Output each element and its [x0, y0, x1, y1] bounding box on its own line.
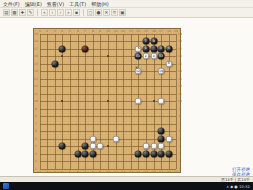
toolbar-separator	[37, 9, 38, 16]
black-stone	[158, 128, 165, 135]
black-stone	[165, 150, 172, 157]
star-point	[61, 55, 63, 57]
move-number-label: 10	[159, 70, 163, 73]
start-button-icon[interactable]	[3, 183, 9, 189]
coord-label-left: 6	[35, 130, 37, 133]
move-number-label: 3	[160, 47, 162, 50]
coord-label-top: 2	[46, 30, 48, 33]
coord-label-left: 3	[35, 152, 37, 155]
coord-label-right: 4	[179, 145, 181, 148]
grid-line-vertical	[123, 34, 124, 169]
menu-bar: 文件(F)编辑(E)查看(V)工具(T)帮助(H)	[0, 0, 253, 8]
coord-label-right: 11	[178, 92, 182, 95]
move-counter: 第13手 | 共13手	[221, 177, 250, 181]
star-point	[107, 145, 109, 147]
grid-line-horizontal	[40, 131, 177, 132]
black-stone: 7	[142, 38, 149, 45]
coord-label-left: 9	[35, 107, 37, 110]
coord-label-bottom: 5	[69, 171, 71, 174]
toolbar: ▤▦✚✎«‹›»▪○●✕≡▣	[0, 8, 253, 18]
black-stone: 5	[165, 45, 172, 52]
system-tray[interactable]: ∧ ◆ ● 10:32	[226, 184, 250, 188]
white-stone: 2	[142, 53, 149, 60]
grid-line-horizontal	[40, 124, 177, 125]
grid-line-vertical	[169, 34, 170, 169]
white-stone: 8	[165, 60, 172, 67]
toolbar-button-9-icon[interactable]: ▪	[73, 9, 80, 16]
coord-label-top: 4	[61, 30, 63, 33]
coord-label-bottom: 15	[144, 171, 148, 174]
coord-label-left: 12	[34, 85, 38, 88]
toolbar-separator	[83, 9, 84, 16]
coord-label-left: 13	[34, 77, 38, 80]
app-window: 文件(F)编辑(E)查看(V)工具(T)帮助(H) ▤▦✚✎«‹›»▪○●✕≡▣…	[0, 0, 253, 190]
black-stone	[150, 150, 157, 157]
toolbar-button-12-icon[interactable]: ●	[95, 9, 102, 16]
white-stone	[150, 143, 157, 150]
coord-label-right: 17	[178, 47, 182, 50]
coord-label-left: 10	[34, 100, 38, 103]
toolbar-button-1-icon[interactable]: ▦	[11, 9, 18, 16]
black-stone	[59, 45, 66, 52]
coord-label-bottom: 1	[39, 171, 41, 174]
menu-item-4[interactable]: 帮助(H)	[91, 0, 109, 8]
coord-label-left: 15	[34, 62, 38, 65]
coord-label-top: 3	[54, 30, 56, 33]
coord-label-bottom: 3	[54, 171, 56, 174]
coord-label-top: 15	[144, 30, 148, 33]
toolbar-button-6-icon[interactable]: ‹	[49, 9, 56, 16]
black-stone	[82, 150, 89, 157]
coord-label-bottom: 11	[114, 171, 118, 174]
grid-line-horizontal	[40, 109, 177, 110]
menu-item-3[interactable]: 工具(T)	[69, 0, 86, 8]
coord-label-right: 1	[179, 167, 181, 170]
black-stone	[135, 150, 142, 157]
black-stone: 11	[135, 53, 142, 60]
white-stone	[158, 98, 165, 105]
coord-label-right: 16	[178, 55, 182, 58]
coord-label-right: 18	[178, 40, 182, 43]
coord-label-right: 5	[179, 137, 181, 140]
coord-label-right: 13	[178, 77, 182, 80]
coord-label-left: 18	[34, 40, 38, 43]
coord-label-bottom: 12	[121, 171, 125, 174]
move-number-label: 6	[137, 47, 139, 50]
coord-label-right: 3	[179, 152, 181, 155]
windows-taskbar: ∧ ◆ ● 10:32	[0, 182, 253, 190]
coord-label-bottom: 17	[159, 171, 163, 174]
coord-label-top: 7	[84, 30, 86, 33]
toolbar-button-13-icon[interactable]: ✕	[103, 9, 110, 16]
coord-label-bottom: 14	[136, 171, 140, 174]
black-stone	[158, 135, 165, 142]
coord-label-left: 7	[35, 122, 37, 125]
coord-label-left: 14	[34, 70, 38, 73]
move-number-label: 13	[159, 55, 163, 58]
coord-label-right: 2	[179, 160, 181, 163]
white-stone: 6	[135, 45, 142, 52]
move-number-label: 4	[152, 55, 154, 58]
black-stone	[158, 150, 165, 157]
black-stone: 9	[150, 38, 157, 45]
toolbar-button-3-icon[interactable]: ✎	[27, 9, 34, 16]
black-stone	[142, 150, 149, 157]
white-stone	[97, 143, 104, 150]
star-point	[107, 100, 109, 102]
coord-label-right: 19	[178, 32, 182, 35]
coord-label-bottom: 8	[92, 171, 94, 174]
white-stone: 10	[158, 68, 165, 75]
black-stone	[82, 143, 89, 150]
coord-label-bottom: 6	[77, 171, 79, 174]
toolbar-button-7-icon[interactable]: ›	[57, 9, 64, 16]
grid-line-vertical	[116, 34, 117, 169]
toolbar-button-15-icon[interactable]: ▣	[119, 9, 126, 16]
grid-line-vertical	[176, 34, 177, 169]
toolbar-button-11-icon[interactable]: ○	[87, 9, 94, 16]
grid-line-horizontal	[40, 139, 177, 140]
move-number-label: 11	[136, 55, 140, 58]
coord-label-top: 18	[167, 30, 171, 33]
coord-label-right: 15	[178, 62, 182, 65]
coord-label-right: 14	[178, 70, 182, 73]
menu-item-2[interactable]: 查看(V)	[47, 0, 64, 8]
black-stone: 3	[158, 45, 165, 52]
black-stone	[150, 45, 157, 52]
grid-line-vertical	[131, 34, 132, 169]
coord-label-right: 6	[179, 130, 181, 133]
white-stone	[112, 135, 119, 142]
black-stone: 1	[142, 45, 149, 52]
toolbar-button-5-icon[interactable]: «	[41, 9, 48, 16]
coord-label-bottom: 10	[106, 171, 110, 174]
black-stone	[74, 150, 81, 157]
white-stone	[158, 143, 165, 150]
star-point	[153, 100, 155, 102]
black-stone	[59, 143, 66, 150]
coord-label-right: 9	[179, 107, 181, 110]
coord-label-bottom: 19	[174, 171, 178, 174]
coord-label-right: 7	[179, 122, 181, 125]
coord-label-top: 17	[159, 30, 163, 33]
coord-label-left: 5	[35, 137, 37, 140]
coord-label-left: 16	[34, 55, 38, 58]
coord-label-top: 8	[92, 30, 94, 33]
menu-item-1[interactable]: 编辑(E)	[25, 0, 42, 8]
star-point	[61, 100, 63, 102]
move-number-label: 9	[152, 40, 154, 43]
move-number-label: 8	[168, 62, 170, 65]
coord-label-bottom: 4	[61, 171, 63, 174]
coord-label-right: 8	[179, 115, 181, 118]
coord-label-left: 19	[34, 32, 38, 35]
grid-line-horizontal	[40, 116, 177, 117]
coord-label-top: 11	[114, 30, 118, 33]
toolbar-button-8-icon[interactable]: »	[65, 9, 72, 16]
coord-label-top: 6	[77, 30, 79, 33]
white-stone	[89, 135, 96, 142]
coord-label-left: 17	[34, 47, 38, 50]
coord-label-top: 14	[136, 30, 140, 33]
go-board[interactable]: 1122334455667788991010111112121313141415…	[33, 28, 181, 173]
coord-label-top: 5	[69, 30, 71, 33]
coord-label-left: 8	[35, 115, 37, 118]
coord-label-bottom: 16	[152, 171, 156, 174]
white-stone	[135, 98, 142, 105]
move-number-label: 2	[145, 55, 147, 58]
coord-label-top: 10	[106, 30, 110, 33]
coord-label-bottom: 13	[129, 171, 133, 174]
coord-label-top: 12	[121, 30, 125, 33]
toolbar-button-0-icon[interactable]: ▤	[3, 9, 10, 16]
coord-label-top: 1	[39, 30, 41, 33]
white-stone	[89, 143, 96, 150]
coord-label-top: 9	[99, 30, 101, 33]
coord-label-left: 11	[34, 92, 38, 95]
white-stone	[165, 135, 172, 142]
star-point	[107, 55, 109, 57]
coord-label-bottom: 7	[84, 171, 86, 174]
black-stone	[82, 45, 89, 52]
coord-label-right: 12	[178, 85, 182, 88]
coord-label-top: 16	[152, 30, 156, 33]
move-number-label: 1	[145, 47, 147, 50]
white-stone: 4	[150, 53, 157, 60]
coord-label-right: 10	[178, 100, 182, 103]
black-stone	[51, 60, 58, 67]
grid-line-horizontal	[40, 161, 177, 162]
coord-label-left: 4	[35, 145, 37, 148]
move-number-label: 7	[145, 40, 147, 43]
black-stone: 13	[158, 53, 165, 60]
menu-item-0[interactable]: 文件(F)	[3, 0, 20, 8]
toolbar-button-2-icon[interactable]: ✚	[19, 9, 26, 16]
move-number-label: 5	[168, 47, 170, 50]
coord-label-top: 13	[129, 30, 133, 33]
coord-label-left: 2	[35, 160, 37, 163]
toolbar-button-14-icon[interactable]: ≡	[111, 9, 118, 16]
coord-label-bottom: 9	[99, 171, 101, 174]
coord-label-bottom: 18	[167, 171, 171, 174]
cursor-mark-icon: ✕	[135, 65, 138, 70]
coord-label-bottom: 2	[46, 171, 48, 174]
coord-label-left: 1	[35, 167, 37, 170]
white-stone	[142, 143, 149, 150]
move-number-label: 12	[136, 70, 140, 73]
black-stone	[89, 150, 96, 157]
